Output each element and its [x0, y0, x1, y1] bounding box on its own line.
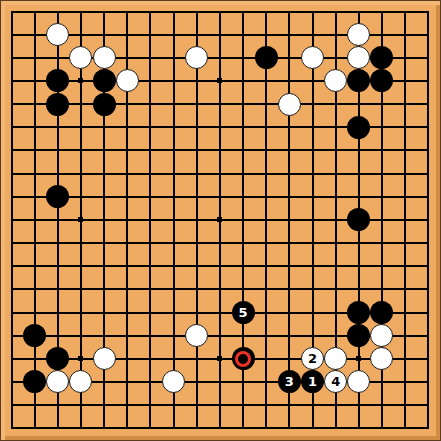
white-stone[interactable]: [46, 370, 69, 393]
white-stone[interactable]: [301, 46, 324, 69]
black-stone[interactable]: [347, 301, 370, 324]
white-stone[interactable]: [347, 370, 370, 393]
black-stone[interactable]: [347, 324, 370, 347]
move-number-label: 2: [308, 352, 317, 365]
star-point: [217, 356, 222, 361]
white-stone[interactable]: [46, 23, 69, 46]
go-diagram: 52314: [0, 0, 441, 441]
black-stone[interactable]: [232, 347, 255, 370]
grid-line-horizontal: [11, 427, 430, 429]
white-stone[interactable]: [278, 93, 301, 116]
star-point: [356, 356, 361, 361]
black-stone[interactable]: [46, 69, 69, 92]
grid-line-vertical: [427, 11, 429, 430]
black-stone[interactable]: [370, 46, 393, 69]
white-stone[interactable]: [69, 370, 92, 393]
black-stone[interactable]: [46, 347, 69, 370]
black-stone[interactable]: 3: [278, 370, 301, 393]
white-stone[interactable]: [324, 347, 347, 370]
grid-line-vertical: [265, 11, 267, 430]
black-stone[interactable]: [93, 69, 116, 92]
white-stone[interactable]: [347, 46, 370, 69]
star-point: [217, 78, 222, 83]
white-stone[interactable]: [185, 324, 208, 347]
black-stone[interactable]: [46, 185, 69, 208]
white-stone[interactable]: [185, 46, 208, 69]
white-stone[interactable]: [324, 69, 347, 92]
black-stone[interactable]: 1: [301, 370, 324, 393]
white-stone[interactable]: [69, 46, 92, 69]
white-stone[interactable]: [370, 324, 393, 347]
grid-line-horizontal: [11, 288, 430, 290]
white-stone[interactable]: 4: [324, 370, 347, 393]
move-number-label: 1: [308, 375, 317, 388]
circle-marker: [235, 351, 251, 367]
move-number-label: 5: [239, 306, 248, 319]
black-stone[interactable]: [93, 93, 116, 116]
star-point: [78, 217, 83, 222]
grid-line-horizontal: [11, 404, 430, 406]
black-stone[interactable]: [370, 69, 393, 92]
black-stone[interactable]: [23, 370, 46, 393]
move-number-label: 3: [285, 375, 294, 388]
white-stone[interactable]: [93, 46, 116, 69]
white-stone[interactable]: [116, 69, 139, 92]
grid-line-vertical: [404, 11, 406, 430]
black-stone[interactable]: [46, 93, 69, 116]
black-stone[interactable]: [370, 301, 393, 324]
grid-line-vertical: [288, 11, 290, 430]
grid-line-horizontal: [11, 265, 430, 267]
white-stone[interactable]: [162, 370, 185, 393]
black-stone[interactable]: [255, 46, 278, 69]
black-stone[interactable]: [347, 208, 370, 231]
white-stone[interactable]: [93, 347, 116, 370]
black-stone[interactable]: [347, 116, 370, 139]
white-stone[interactable]: 2: [301, 347, 324, 370]
move-number-label: 4: [331, 375, 340, 388]
star-point: [217, 217, 222, 222]
white-stone[interactable]: [370, 347, 393, 370]
go-board[interactable]: 52314: [0, 0, 441, 441]
black-stone[interactable]: 5: [232, 301, 255, 324]
star-point: [78, 78, 83, 83]
black-stone[interactable]: [347, 69, 370, 92]
white-stone[interactable]: [347, 23, 370, 46]
black-stone[interactable]: [23, 324, 46, 347]
star-point: [78, 356, 83, 361]
grid-line-horizontal: [11, 242, 430, 244]
